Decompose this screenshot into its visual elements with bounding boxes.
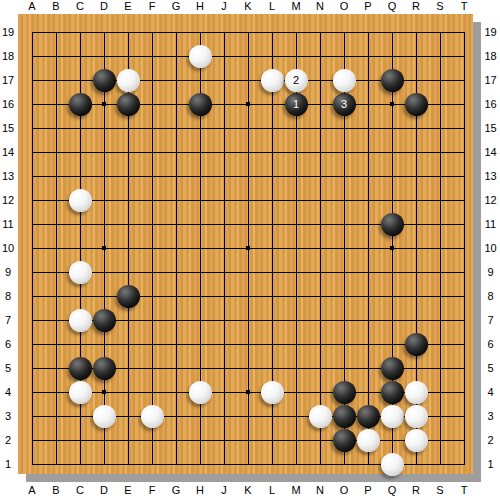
row-label-left: 3 [0,410,16,423]
column-label-bottom: G [166,484,186,497]
stone-black[interactable] [93,69,116,92]
row-label-left: 15 [0,122,16,135]
column-label-bottom: O [334,484,354,497]
column-label-top: L [262,0,282,13]
stone-black[interactable] [333,429,356,452]
stone-white[interactable] [189,381,212,404]
row-label-right: 2 [482,434,499,447]
stone-black[interactable] [69,93,92,116]
stone-white[interactable] [405,381,428,404]
column-label-bottom: D [94,484,114,497]
stone-white[interactable] [189,45,212,68]
column-label-top: O [334,0,354,13]
row-label-left: 8 [0,290,16,303]
row-label-right: 15 [482,122,499,135]
row-label-left: 10 [0,242,16,255]
star-point [246,102,250,106]
stone-black[interactable] [381,357,404,380]
grid-line [32,272,465,273]
row-label-left: 13 [0,170,16,183]
row-label-left: 16 [0,98,16,111]
grid-line [320,32,321,465]
column-label-bottom: N [310,484,330,497]
column-label-bottom: Q [382,484,402,497]
row-label-left: 7 [0,314,16,327]
row-label-right: 13 [482,170,499,183]
column-label-top: B [46,0,66,13]
column-label-top: N [310,0,330,13]
stone-black[interactable] [69,357,92,380]
column-label-bottom: E [118,484,138,497]
column-label-bottom: J [214,484,234,497]
column-label-top: G [166,0,186,13]
stone-white[interactable] [309,405,332,428]
row-label-left: 17 [0,74,16,87]
column-label-top: A [22,0,42,13]
stone-white[interactable] [117,69,140,92]
stone-black[interactable] [405,93,428,116]
column-label-bottom: S [430,484,450,497]
stone-black[interactable] [357,405,380,428]
move-number-label: 2 [293,75,299,86]
column-label-bottom: H [190,484,210,497]
column-label-top: F [142,0,162,13]
row-label-left: 14 [0,146,16,159]
column-label-bottom: R [406,484,426,497]
column-label-bottom: B [46,484,66,497]
row-label-left: 1 [0,458,16,471]
star-point [246,246,250,250]
grid-line [464,32,465,465]
column-label-top: M [286,0,306,13]
row-label-left: 19 [0,26,16,39]
row-label-right: 5 [482,362,499,375]
stone-white[interactable] [261,69,284,92]
star-point [102,390,106,394]
stone-black[interactable] [117,93,140,116]
column-label-bottom: T [454,484,474,497]
row-label-right: 6 [482,338,499,351]
row-label-right: 18 [482,50,499,63]
row-label-left: 4 [0,386,16,399]
column-label-bottom: M [286,484,306,497]
row-label-left: 9 [0,266,16,279]
row-label-left: 12 [0,194,16,207]
stone-black[interactable] [333,405,356,428]
stone-white[interactable] [357,429,380,452]
column-label-bottom: P [358,484,378,497]
column-label-bottom: F [142,484,162,497]
row-label-right: 10 [482,242,499,255]
stone-black[interactable] [381,381,404,404]
grid-line [368,32,369,465]
row-label-left: 11 [0,218,16,231]
goban[interactable]: 132 [18,14,473,474]
column-label-top: D [94,0,114,13]
column-label-top: C [70,0,90,13]
stone-black[interactable] [333,381,356,404]
row-label-right: 19 [482,26,499,39]
stone-white[interactable] [405,429,428,452]
row-label-right: 16 [482,98,499,111]
stone-white[interactable] [381,405,404,428]
stone-white[interactable] [381,453,404,476]
row-label-left: 6 [0,338,16,351]
column-label-top: S [430,0,450,13]
column-label-top: K [238,0,258,13]
grid-line [32,296,465,297]
stone-black[interactable] [381,69,404,92]
row-label-right: 17 [482,74,499,87]
grid-line [32,440,465,441]
stone-white[interactable] [93,405,116,428]
column-label-bottom: A [22,484,42,497]
star-point [102,246,106,250]
stone-white[interactable] [405,405,428,428]
stone-white[interactable] [69,381,92,404]
row-label-right: 9 [482,266,499,279]
row-label-right: 11 [482,218,499,231]
move-number-label: 1 [293,99,299,110]
stone-black[interactable] [381,213,404,236]
stone-black[interactable]: 1 [285,93,308,116]
star-point [246,390,250,394]
column-label-top: P [358,0,378,13]
column-label-bottom: C [70,484,90,497]
stone-white[interactable] [261,381,284,404]
column-label-top: T [454,0,474,13]
stone-white[interactable] [141,405,164,428]
stone-black[interactable] [189,93,212,116]
stone-black[interactable] [117,285,140,308]
column-label-top: J [214,0,234,13]
column-label-bottom: K [238,484,258,497]
column-label-top: H [190,0,210,13]
row-label-left: 5 [0,362,16,375]
grid-line [440,32,441,465]
column-label-bottom: L [262,484,282,497]
grid-line [32,344,465,345]
star-point [390,102,394,106]
stone-white[interactable] [69,189,92,212]
stone-black[interactable]: 3 [333,93,356,116]
stone-white[interactable] [69,261,92,284]
row-label-left: 18 [0,50,16,63]
row-label-right: 14 [482,146,499,159]
stone-white[interactable]: 2 [285,69,308,92]
stone-white[interactable] [333,69,356,92]
row-label-right: 12 [482,194,499,207]
row-label-right: 3 [482,410,499,423]
stone-black[interactable] [93,309,116,332]
column-label-top: R [406,0,426,13]
move-number-label: 3 [341,99,347,110]
star-point [390,246,394,250]
stone-black[interactable] [93,357,116,380]
stone-white[interactable] [69,309,92,332]
column-label-top: Q [382,0,402,13]
stone-black[interactable] [405,333,428,356]
star-point [102,102,106,106]
row-label-right: 1 [482,458,499,471]
row-label-right: 7 [482,314,499,327]
row-label-right: 4 [482,386,499,399]
column-label-top: E [118,0,138,13]
row-label-left: 2 [0,434,16,447]
screen: 132 AABBCCDDEEFFGGHHJJKKLLMMNNOOPPQQRRSS… [0,0,500,500]
row-label-right: 8 [482,290,499,303]
